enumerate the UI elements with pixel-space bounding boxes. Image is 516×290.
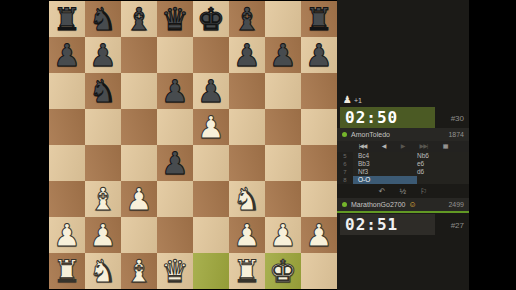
top-player-rating: 1874 bbox=[448, 131, 464, 138]
move-black[interactable]: Nb6 bbox=[417, 152, 469, 160]
square-c2[interactable] bbox=[121, 217, 157, 253]
black-knight[interactable]: ♞ bbox=[85, 73, 121, 109]
move-row: 7Nf3d6 bbox=[337, 168, 469, 176]
square-a6[interactable] bbox=[49, 73, 85, 109]
square-e4[interactable] bbox=[193, 145, 229, 181]
square-f2[interactable]: ♟ bbox=[229, 217, 265, 253]
chess-board[interactable]: ♜♞♝♛♚♝♜♟♟♟♟♟♞♟♟♟♟♝♟♞♟♟♟♟♟♜♞♝♛♜♚ bbox=[49, 1, 337, 289]
square-b4[interactable] bbox=[85, 145, 121, 181]
white-pawn[interactable]: ♟ bbox=[229, 217, 265, 253]
square-d1[interactable]: ♛ bbox=[157, 253, 193, 289]
square-g3[interactable] bbox=[265, 181, 301, 217]
black-pawn[interactable]: ♟ bbox=[157, 145, 193, 181]
move-white[interactable]: Bb3 bbox=[353, 160, 417, 168]
white-knight[interactable]: ♞ bbox=[85, 253, 121, 289]
square-a8[interactable]: ♜ bbox=[49, 1, 85, 37]
square-c3[interactable]: ♟ bbox=[121, 181, 157, 217]
top-player-name: AmonToledo bbox=[351, 131, 390, 138]
top-clock-row: 02:50 #30 bbox=[337, 107, 469, 128]
square-g8[interactable] bbox=[265, 1, 301, 37]
square-e8[interactable]: ♚ bbox=[193, 1, 229, 37]
square-b2[interactable]: ♟ bbox=[85, 217, 121, 253]
square-e3[interactable] bbox=[193, 181, 229, 217]
app-window: ♜♞♝♛♚♝♜♟♟♟♟♟♞♟♟♟♟♝♟♞♟♟♟♟♟♜♞♝♛♜♚ ♟ +1 02:… bbox=[0, 0, 516, 290]
bottom-clock-time: 02:51 bbox=[345, 215, 398, 234]
black-pawn[interactable]: ♟ bbox=[229, 37, 265, 73]
white-bishop[interactable]: ♝ bbox=[121, 253, 157, 289]
black-pawn[interactable]: ♟ bbox=[85, 37, 121, 73]
square-b3[interactable]: ♝ bbox=[85, 181, 121, 217]
square-d7[interactable] bbox=[157, 37, 193, 73]
square-d2[interactable] bbox=[157, 217, 193, 253]
white-knight[interactable]: ♞ bbox=[229, 181, 265, 217]
white-queen[interactable]: ♛ bbox=[157, 253, 193, 289]
square-h6[interactable] bbox=[301, 73, 337, 109]
square-c7[interactable] bbox=[121, 37, 157, 73]
move-white[interactable]: O-O bbox=[353, 176, 417, 184]
square-d6[interactable]: ♟ bbox=[157, 73, 193, 109]
next-icon[interactable]: ▶ bbox=[401, 141, 405, 152]
square-c5[interactable] bbox=[121, 109, 157, 145]
material-advantage: ♟ +1 bbox=[343, 94, 362, 106]
square-a3[interactable] bbox=[49, 181, 85, 217]
square-h7[interactable]: ♟ bbox=[301, 37, 337, 73]
black-pawn[interactable]: ♟ bbox=[301, 37, 337, 73]
square-g2[interactable]: ♟ bbox=[265, 217, 301, 253]
takeback-icon[interactable]: ↶ bbox=[379, 185, 386, 198]
square-g5[interactable] bbox=[265, 109, 301, 145]
square-f8[interactable]: ♝ bbox=[229, 1, 265, 37]
black-knight[interactable]: ♞ bbox=[85, 1, 121, 37]
square-a4[interactable] bbox=[49, 145, 85, 181]
square-g6[interactable] bbox=[265, 73, 301, 109]
bottom-player-rank-badge: #27 bbox=[451, 220, 464, 229]
square-c8[interactable]: ♝ bbox=[121, 1, 157, 37]
analysis-board-icon[interactable]: ▦ bbox=[443, 141, 448, 152]
online-dot-icon bbox=[342, 132, 347, 137]
square-e5[interactable]: ♟ bbox=[193, 109, 229, 145]
square-d5[interactable] bbox=[157, 109, 193, 145]
square-a2[interactable]: ♟ bbox=[49, 217, 85, 253]
game-actions: ↶½⚐ bbox=[337, 185, 469, 198]
bottom-player-clock: 02:51 bbox=[340, 214, 435, 235]
black-bishop[interactable]: ♝ bbox=[121, 1, 157, 37]
square-a7[interactable]: ♟ bbox=[49, 37, 85, 73]
white-pawn[interactable]: ♟ bbox=[121, 181, 157, 217]
square-b7[interactable]: ♟ bbox=[85, 37, 121, 73]
move-white[interactable]: Nf3 bbox=[353, 168, 417, 176]
square-h5[interactable] bbox=[301, 109, 337, 145]
square-b1[interactable]: ♞ bbox=[85, 253, 121, 289]
white-pawn[interactable]: ♟ bbox=[193, 109, 229, 145]
square-c6[interactable] bbox=[121, 73, 157, 109]
square-c1[interactable]: ♝ bbox=[121, 253, 157, 289]
square-f3[interactable]: ♞ bbox=[229, 181, 265, 217]
white-pawn[interactable]: ♟ bbox=[85, 217, 121, 253]
square-d3[interactable] bbox=[157, 181, 193, 217]
material-advantage-value: +1 bbox=[354, 97, 362, 104]
top-clock-time: 02:50 bbox=[345, 108, 398, 127]
top-player-row[interactable]: AmonToledo 1874 bbox=[337, 128, 469, 141]
playback-controls: |◀◀◀▶▶▶|▦ bbox=[337, 141, 469, 152]
move-number: 8 bbox=[337, 176, 353, 184]
bottom-clock-row: 02:51 #27 bbox=[337, 214, 469, 235]
black-rook[interactable]: ♜ bbox=[301, 1, 337, 37]
square-h4[interactable] bbox=[301, 145, 337, 181]
square-h2[interactable]: ♟ bbox=[301, 217, 337, 253]
previous-icon[interactable]: ◀ bbox=[382, 141, 386, 152]
game-side-panel: ♟ +1 02:50 #30 AmonToledo 1874 |◀◀◀▶▶▶|▦… bbox=[337, 0, 469, 290]
bottom-player-row[interactable]: MarathonGo2700 ☺ 2499 bbox=[337, 198, 469, 211]
move-row: 6Bb3e6 bbox=[337, 160, 469, 168]
last-icon[interactable]: ▶▶| bbox=[420, 141, 428, 152]
move-row: 5Bc4Nb6 bbox=[337, 152, 469, 160]
white-king[interactable]: ♚ bbox=[265, 253, 301, 289]
square-f5[interactable] bbox=[229, 109, 265, 145]
black-pawn[interactable]: ♟ bbox=[193, 73, 229, 109]
white-pawn[interactable]: ♟ bbox=[301, 217, 337, 253]
square-d8[interactable]: ♛ bbox=[157, 1, 193, 37]
square-b8[interactable]: ♞ bbox=[85, 1, 121, 37]
white-rook[interactable]: ♜ bbox=[229, 253, 265, 289]
move-black[interactable]: d6 bbox=[417, 168, 469, 176]
black-rook[interactable]: ♜ bbox=[49, 1, 85, 37]
top-player-rank-badge: #30 bbox=[451, 113, 464, 122]
move-number: 5 bbox=[337, 152, 353, 160]
active-player-separator bbox=[337, 211, 469, 213]
square-h1[interactable] bbox=[301, 253, 337, 289]
black-bishop[interactable]: ♝ bbox=[229, 1, 265, 37]
square-g7[interactable]: ♟ bbox=[265, 37, 301, 73]
square-h3[interactable] bbox=[301, 181, 337, 217]
square-d4[interactable]: ♟ bbox=[157, 145, 193, 181]
resign-icon[interactable]: ⚐ bbox=[420, 185, 427, 198]
white-rook[interactable]: ♜ bbox=[49, 253, 85, 289]
smiley-emoji-icon: ☺ bbox=[408, 200, 416, 209]
square-e7[interactable] bbox=[193, 37, 229, 73]
square-b6[interactable]: ♞ bbox=[85, 73, 121, 109]
square-e6[interactable]: ♟ bbox=[193, 73, 229, 109]
white-pawn[interactable]: ♟ bbox=[265, 217, 301, 253]
move-row: 8O-O bbox=[337, 176, 469, 184]
move-white[interactable]: Bc4 bbox=[353, 152, 417, 160]
move-number: 7 bbox=[337, 168, 353, 176]
square-g1[interactable]: ♚ bbox=[265, 253, 301, 289]
square-e2[interactable] bbox=[193, 217, 229, 253]
black-queen[interactable]: ♛ bbox=[157, 1, 193, 37]
square-g4[interactable] bbox=[265, 145, 301, 181]
square-f1[interactable]: ♜ bbox=[229, 253, 265, 289]
black-pawn[interactable]: ♟ bbox=[157, 73, 193, 109]
move-number: 6 bbox=[337, 160, 353, 168]
online-dot-icon bbox=[342, 202, 347, 207]
bottom-player-rating: 2499 bbox=[448, 201, 464, 208]
square-f7[interactable]: ♟ bbox=[229, 37, 265, 73]
white-bishop[interactable]: ♝ bbox=[85, 181, 121, 217]
black-pawn[interactable]: ♟ bbox=[265, 37, 301, 73]
captured-pawn-icon: ♟ bbox=[343, 95, 352, 105]
square-f6[interactable] bbox=[229, 73, 265, 109]
square-a5[interactable] bbox=[49, 109, 85, 145]
square-a1[interactable]: ♜ bbox=[49, 253, 85, 289]
square-h8[interactable]: ♜ bbox=[301, 1, 337, 37]
black-pawn[interactable]: ♟ bbox=[49, 37, 85, 73]
white-pawn[interactable]: ♟ bbox=[49, 217, 85, 253]
square-f4[interactable] bbox=[229, 145, 265, 181]
square-c4[interactable] bbox=[121, 145, 157, 181]
top-player-clock: 02:50 bbox=[340, 107, 435, 128]
move-list[interactable]: 5Bc4Nb66Bb3e67Nf3d68O-O bbox=[337, 152, 469, 184]
square-b5[interactable] bbox=[85, 109, 121, 145]
first-icon[interactable]: |◀◀ bbox=[359, 141, 367, 152]
bottom-player-name: MarathonGo2700 bbox=[351, 201, 405, 208]
draw-offer-icon[interactable]: ½ bbox=[399, 185, 406, 198]
move-black[interactable]: e6 bbox=[417, 160, 469, 168]
square-e1[interactable] bbox=[193, 253, 229, 289]
black-king[interactable]: ♚ bbox=[193, 1, 229, 37]
